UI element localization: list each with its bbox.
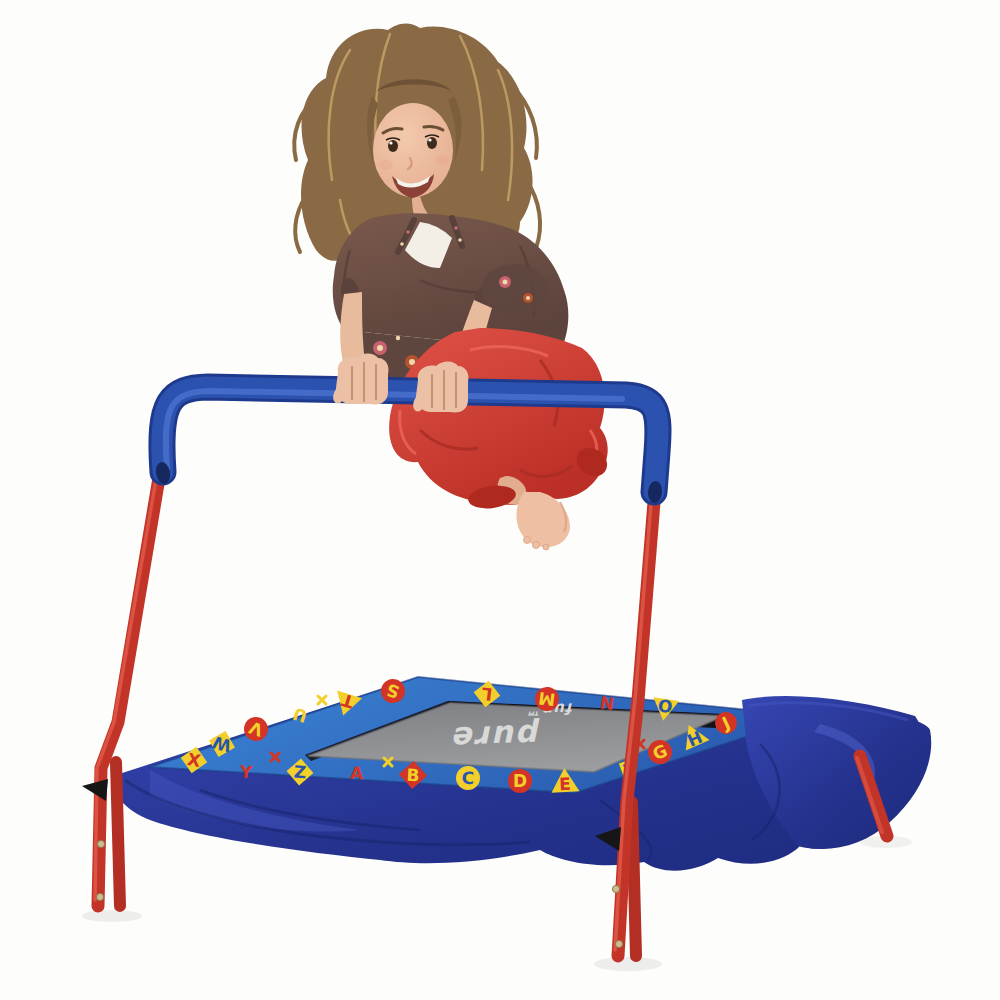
right-cheek: [435, 155, 449, 165]
front-right-leg: [632, 802, 636, 956]
pad-letter-text: E: [559, 774, 572, 795]
pad-letter-text: C: [461, 768, 474, 788]
pad-letter: D: [508, 769, 532, 793]
mat-logo-line1: pure: [452, 717, 542, 756]
pad-letter: N: [599, 692, 616, 714]
pad-letter-text: A: [350, 763, 365, 784]
scene-svg: pure fun™ L M N O S: [0, 0, 1000, 1000]
pad-letter-text: D: [513, 771, 527, 791]
product-photo-stage: pure fun™ L M N O S: [0, 0, 1000, 1000]
pad-letter-text: O: [657, 695, 674, 717]
left-rear-leg: [116, 762, 120, 906]
pad-letter-text: B: [406, 765, 420, 786]
pad-letter-text: Y: [238, 762, 253, 783]
pad-letter: Y: [238, 762, 253, 783]
pad-letter: A: [350, 763, 365, 784]
pad-letter-text: Z: [293, 762, 307, 783]
pad-letter-text: M: [537, 688, 556, 710]
pad-letter-text: N: [599, 692, 616, 714]
left-cheek: [379, 160, 393, 170]
